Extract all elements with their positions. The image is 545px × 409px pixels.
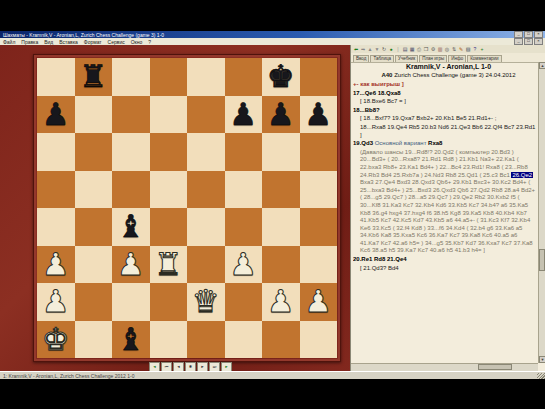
board-square-a1[interactable]: ♚ <box>37 321 75 359</box>
save-icon[interactable]: ▦ <box>409 46 415 52</box>
board-square-a4[interactable] <box>37 208 75 246</box>
menu-item-сервис[interactable]: Сервис <box>105 39 128 45</box>
board-square-d8[interactable] <box>150 58 188 96</box>
board-square-c3[interactable]: ♟ <box>112 246 150 284</box>
notation-segment[interactable]: 19.Qd3 <box>353 140 373 146</box>
board-square-f8[interactable] <box>225 58 263 96</box>
board-square-g3[interactable] <box>262 246 300 284</box>
notation-segment[interactable]: Bxa3 27.Qe4 Bxd3 28.Qxd3 Qb6+ 29.Kb1 Bxc… <box>360 179 535 253</box>
menu-item-формат[interactable]: Формат <box>81 39 105 45</box>
move-navigation-bar: ◄⏮◄✱►⏭► <box>149 362 232 370</box>
board-square-h5[interactable] <box>300 171 338 209</box>
board-square-d5[interactable] <box>150 171 188 209</box>
tab-комментарии[interactable]: Комментарии <box>467 55 501 62</box>
board-square-a8[interactable] <box>37 58 75 96</box>
resize-grip[interactable] <box>537 373 545 379</box>
black-king[interactable]: ♚ <box>262 58 300 96</box>
notation-paragraph[interactable]: 18...Rxa8 19.Qe4 Rb5 20.b3 Nd6 21.Qe3 Bb… <box>353 124 537 139</box>
board-square-d6[interactable] <box>150 133 188 171</box>
notation-segment[interactable]: 18...Rxa8 19.Qe4 Rb5 20.b3 Nd6 21.Qe3 Bb… <box>360 124 535 138</box>
notation-segment[interactable]: [ 18...Bxf7? 19.Qxa7 Bxb2+ 20.Kb1 Be5 21… <box>360 115 496 121</box>
up-arrow-icon[interactable]: ▲ <box>367 46 373 52</box>
notation-paragraph[interactable]: [ 18.Bxe6 Bc7 = ] <box>353 98 537 106</box>
board-square-c2[interactable] <box>112 283 150 321</box>
white-pawn[interactable]: ♟ <box>225 246 263 284</box>
white-pawn[interactable]: ♟ <box>37 283 75 321</box>
board-square-g2[interactable]: ♟ <box>262 283 300 321</box>
notation-segment[interactable]: 17...Qe6 18.Qxa8 <box>353 90 401 96</box>
tab-планигры[interactable]: План игры <box>419 55 447 62</box>
board-square-e7[interactable] <box>187 96 225 134</box>
board-square-f4[interactable] <box>225 208 263 246</box>
white-pawn[interactable]: ♟ <box>262 283 300 321</box>
plus-icon[interactable]: + <box>479 46 485 52</box>
board-square-b3[interactable] <box>75 246 113 284</box>
board-square-f6[interactable] <box>225 133 263 171</box>
eco-code: A40 <box>381 72 392 78</box>
notation-segment[interactable]: 18...Bb8? <box>353 107 380 113</box>
board-square-f5[interactable] <box>225 171 263 209</box>
board-square-b2[interactable] <box>75 283 113 321</box>
notation-segment[interactable]: Rxa8 <box>428 140 442 146</box>
notation-paragraph[interactable]: 19.Qd3 Основной вариант Rxa8 <box>353 140 537 148</box>
board-square-h4[interactable] <box>300 208 338 246</box>
notation-paragraph[interactable]: +- как выигрыш ] <box>353 81 537 89</box>
board-square-g4[interactable] <box>262 208 300 246</box>
back-arrow-icon[interactable]: ⬅ <box>353 46 359 52</box>
separator-icon[interactable]: | <box>395 46 401 52</box>
board-square-h1[interactable] <box>300 321 338 359</box>
board-square-e1[interactable] <box>187 321 225 359</box>
notation-segment[interactable]: [ 18.Bxe6 Bc7 = ] <box>360 98 406 104</box>
board-square-c5[interactable] <box>112 171 150 209</box>
board-square-c7[interactable] <box>112 96 150 134</box>
white-king[interactable]: ♚ <box>37 321 75 359</box>
notation-segment[interactable]: +- как выигрыш ] <box>353 81 404 87</box>
board-square-g6[interactable] <box>262 133 300 171</box>
game-header: Kramnik,V - Aronian,L 1-0 A40 Zurich Che… <box>351 62 545 79</box>
menu-item-окно[interactable]: Окно <box>128 39 146 45</box>
black-pawn[interactable]: ♟ <box>262 96 300 134</box>
board-square-b1[interactable] <box>75 321 113 359</box>
notation-segment[interactable]: (Давало шансы 19...Rd8!? 20.Qd2 ( компью… <box>360 149 528 178</box>
notation-paragraph[interactable]: 20.Re1 Rd8 21.Qe4 <box>353 256 537 264</box>
board-square-e8[interactable] <box>187 58 225 96</box>
board-square-f1[interactable] <box>225 321 263 359</box>
notation-segment[interactable]: Основной вариант <box>373 140 428 146</box>
menu-item-файл[interactable]: Файл <box>0 39 18 45</box>
event-text: Zurich Chess Challenge (game 3) 24.04.20… <box>392 72 515 78</box>
panel-toolbar: ⬅➡▲▼↻●|▤▦⎙❐⚙▥◎⇅✎▧?+ <box>351 45 545 53</box>
vertical-scrollbar[interactable]: ▲ ▼ <box>538 62 545 363</box>
main-area: ♜♚♟♟♟♟♝♟♟♜♟♟♛♟♟♚♝ ◄⏮◄✱►⏭► ⬅➡▲▼↻●|▤▦⎙❐⚙▥◎… <box>0 45 545 371</box>
board-square-f7[interactable]: ♟ <box>225 96 263 134</box>
board-square-c8[interactable] <box>112 58 150 96</box>
black-pawn[interactable]: ♟ <box>37 96 75 134</box>
black-rook[interactable]: ♜ <box>75 58 113 96</box>
white-rook[interactable]: ♜ <box>150 246 188 284</box>
mdi-controls: _□× <box>514 38 545 45</box>
board-square-h3[interactable] <box>300 246 338 284</box>
board-square-b6[interactable] <box>75 133 113 171</box>
forward-arrow-icon[interactable]: ➡ <box>360 46 366 52</box>
black-bishop[interactable]: ♝ <box>112 208 150 246</box>
board-square-a7[interactable]: ♟ <box>37 96 75 134</box>
window-title: Шахматы - Kramnik,V - Aronian,L, Zurich … <box>0 32 514 38</box>
status-text: 1: Kramnik,V - Aronian,L, Zurich Chess C… <box>0 373 537 379</box>
flip-board-icon[interactable]: ⇅ <box>451 46 457 52</box>
board-square-b8[interactable]: ♜ <box>75 58 113 96</box>
new-document-icon[interactable]: ▤ <box>402 46 408 52</box>
tab-таблица[interactable]: Таблица <box>370 55 394 62</box>
board-square-c6[interactable] <box>112 133 150 171</box>
horizontal-scrollbar[interactable] <box>351 363 538 371</box>
annotate-icon[interactable]: ✎ <box>458 46 464 52</box>
notation-paragraph[interactable]: (Давало шансы 19...Rd8!? 20.Qd2 ( компью… <box>353 149 537 255</box>
refresh-icon[interactable]: ↻ <box>381 46 387 52</box>
notation-panel: ⬅➡▲▼↻●|▤▦⎙❐⚙▥◎⇅✎▧?+ ВводТаблицаУчебникПл… <box>350 45 545 371</box>
board-square-d2[interactable] <box>150 283 188 321</box>
board-square-d4[interactable] <box>150 208 188 246</box>
board-square-a2[interactable]: ♟ <box>37 283 75 321</box>
board-frame: ♜♚♟♟♟♟♝♟♟♜♟♟♛♟♟♚♝ <box>33 54 341 362</box>
board-square-d7[interactable] <box>150 96 188 134</box>
board-square-a5[interactable] <box>37 171 75 209</box>
menu-item-вставка[interactable]: Вставка <box>56 39 81 45</box>
record-icon[interactable]: ● <box>388 46 394 52</box>
search-icon[interactable]: ◎ <box>444 46 450 52</box>
board-square-g1[interactable] <box>262 321 300 359</box>
black-pawn[interactable]: ♟ <box>300 96 338 134</box>
window-controls: _□× <box>514 31 545 38</box>
board-square-e5[interactable] <box>187 171 225 209</box>
board-square-e4[interactable] <box>187 208 225 246</box>
board-panel: ♜♚♟♟♟♟♝♟♟♜♟♟♛♟♟♚♝ ◄⏮◄✱►⏭► <box>0 45 350 371</box>
down-arrow-icon[interactable]: ▼ <box>374 46 380 52</box>
board-square-c4[interactable]: ♝ <box>112 208 150 246</box>
maximize-button[interactable]: □ <box>524 31 533 38</box>
board-square-d3[interactable]: ♜ <box>150 246 188 284</box>
book-icon[interactable]: ▥ <box>437 46 443 52</box>
chess-board: ♜♚♟♟♟♟♝♟♟♜♟♟♛♟♟♚♝ <box>37 58 337 358</box>
board-square-h8[interactable] <box>300 58 338 96</box>
notation-segment[interactable]: [ 21.Qd3? Bd4 <box>360 265 399 271</box>
menu-item-?[interactable]: ? <box>145 39 154 45</box>
board-square-g5[interactable] <box>262 171 300 209</box>
board-square-f2[interactable] <box>225 283 263 321</box>
copy-icon[interactable]: ❐ <box>423 46 429 52</box>
tab-ввод[interactable]: Ввод <box>353 55 369 62</box>
mdi-restore-button[interactable]: □ <box>524 38 533 45</box>
board-square-h6[interactable] <box>300 133 338 171</box>
menu-item-вид[interactable]: Вид <box>41 39 56 45</box>
board-square-c1[interactable]: ♝ <box>112 321 150 359</box>
notation-paragraph[interactable]: 18...Bb8? <box>353 107 537 115</box>
white-queen[interactable]: ♛ <box>187 283 225 321</box>
selected-move[interactable]: 26.Qe2 <box>511 172 533 178</box>
minimize-button[interactable]: _ <box>514 31 523 38</box>
scrollbar-thumb[interactable] <box>539 249 545 271</box>
notation-paragraph[interactable]: 17...Qe6 18.Qxa8 <box>353 90 537 98</box>
board-square-g8[interactable]: ♚ <box>262 58 300 96</box>
status-bar: 1: Kramnik,V - Aronian,L, Zurich Chess C… <box>0 371 545 379</box>
screenshot-stage: Шахматы - Kramnik,V - Aronian,L, Zurich … <box>0 0 545 409</box>
players-result: Kramnik,V - Aronian,L 1-0 <box>351 62 545 71</box>
board-square-e2[interactable]: ♛ <box>187 283 225 321</box>
help-icon[interactable]: ? <box>472 46 478 52</box>
notation-text[interactable]: +- как выигрыш ]17...Qe6 18.Qxa8[ 18.Bxe… <box>353 81 537 362</box>
board-square-a3[interactable]: ♟ <box>37 246 75 284</box>
board-square-a6[interactable] <box>37 133 75 171</box>
notation-paragraph[interactable]: [ 18...Bxf7? 19.Qxa7 Bxb2+ 20.Kb1 Be5 21… <box>353 115 537 123</box>
board-square-e3[interactable] <box>187 246 225 284</box>
tab-инфо[interactable]: Инфо <box>448 55 466 62</box>
scroll-down-icon[interactable]: ▼ <box>539 356 545 363</box>
black-bishop[interactable]: ♝ <box>112 321 150 359</box>
mdi-close-button[interactable]: × <box>534 38 543 45</box>
chart-icon[interactable]: ▧ <box>465 46 471 52</box>
menu-item-правка[interactable]: Правка <box>18 39 41 45</box>
notation-segment[interactable]: 20.Re1 Rd8 21.Qe4 <box>353 256 407 262</box>
hscrollbar-thumb[interactable] <box>478 364 512 370</box>
engine-icon[interactable]: ⚙ <box>430 46 436 52</box>
tab-учебник[interactable]: Учебник <box>395 55 418 62</box>
board-square-b5[interactable] <box>75 171 113 209</box>
scroll-up-icon[interactable]: ▲ <box>539 62 545 69</box>
board-square-b4[interactable] <box>75 208 113 246</box>
white-pawn[interactable]: ♟ <box>300 283 338 321</box>
print-icon[interactable]: ⎙ <box>416 46 422 52</box>
board-square-e6[interactable] <box>187 133 225 171</box>
board-square-d1[interactable] <box>150 321 188 359</box>
board-square-b7[interactable] <box>75 96 113 134</box>
event-line: A40 Zurich Chess Challenge (game 3) 24.0… <box>351 71 545 79</box>
notation-paragraph[interactable]: [ 21.Qd3? Bd4 <box>353 265 537 273</box>
close-button[interactable]: × <box>534 31 543 38</box>
board-square-h7[interactable]: ♟ <box>300 96 338 134</box>
black-pawn[interactable]: ♟ <box>225 96 263 134</box>
mdi-minimize-button[interactable]: _ <box>514 38 523 45</box>
white-pawn[interactable]: ♟ <box>37 246 75 284</box>
window-titlebar[interactable]: Шахматы - Kramnik,V - Aronian,L, Zurich … <box>0 31 545 38</box>
board-square-f3[interactable]: ♟ <box>225 246 263 284</box>
board-square-g7[interactable]: ♟ <box>262 96 300 134</box>
white-pawn[interactable]: ♟ <box>112 246 150 284</box>
board-square-h2[interactable]: ♟ <box>300 283 338 321</box>
